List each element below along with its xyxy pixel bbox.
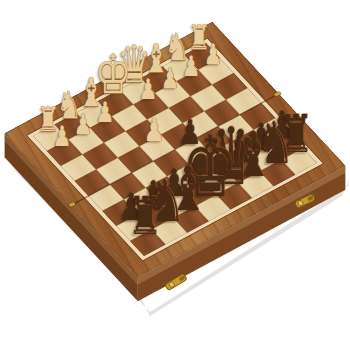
chess-set-photo: ♜♞♝♚♛♝♞♜♟♟♟♟♟♟♟♟♟♟♟♟♟♟♟♟♜♞♝♚♛♝♞♜: [0, 0, 350, 350]
piece-white-pawn-f2[interactable]: ♟: [96, 99, 115, 127]
piece-black-rook-h8[interactable]: ♜: [128, 190, 163, 242]
hinge-left: [68, 202, 75, 207]
piece-white-pawn-e4[interactable]: ♟: [144, 114, 165, 146]
hinge-right: [274, 91, 281, 96]
piece-white-pawn-d2[interactable]: ♟: [139, 76, 158, 104]
piece-white-pawn-b2[interactable]: ♟: [182, 53, 201, 81]
piece-white-pawn-h2[interactable]: ♟: [52, 122, 71, 150]
piece-white-pawn-c2[interactable]: ♟: [160, 64, 179, 92]
piece-white-pawn-a2[interactable]: ♟: [204, 41, 223, 69]
piece-white-pawn-g2[interactable]: ♟: [74, 111, 93, 139]
